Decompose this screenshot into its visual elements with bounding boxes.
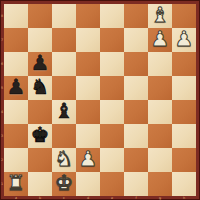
square-c7[interactable] — [52, 28, 76, 52]
square-c5[interactable] — [52, 76, 76, 100]
square-h3[interactable] — [172, 124, 196, 148]
piece-white-king-c1[interactable]: ♚ — [55, 171, 74, 195]
square-a4[interactable] — [4, 100, 28, 124]
square-c6[interactable] — [52, 52, 76, 76]
square-h4[interactable] — [172, 100, 196, 124]
file-label-g: g — [150, 196, 170, 199]
piece-black-pawn-a5[interactable]: ♟ — [7, 75, 26, 99]
square-b4[interactable] — [28, 100, 52, 124]
piece-black-knight-b5[interactable]: ♞ — [31, 75, 50, 99]
piece-black-bishop-c4[interactable]: ♝ — [55, 99, 74, 123]
square-e4[interactable] — [100, 100, 124, 124]
square-e8[interactable] — [100, 4, 124, 28]
square-c8[interactable] — [52, 4, 76, 28]
square-h2[interactable] — [172, 148, 196, 172]
square-b1[interactable] — [28, 172, 52, 196]
square-a8[interactable] — [4, 4, 28, 28]
board-grid: ♝♟♟♟♟♞♝♚♞♟♜♚ — [4, 4, 196, 196]
square-f5[interactable] — [124, 76, 148, 100]
square-h8[interactable] — [172, 4, 196, 28]
square-f8[interactable] — [124, 4, 148, 28]
square-b7[interactable] — [28, 28, 52, 52]
square-e2[interactable] — [100, 148, 124, 172]
square-d2[interactable]: ♟ — [76, 148, 100, 172]
square-f1[interactable] — [124, 172, 148, 196]
square-g1[interactable] — [148, 172, 172, 196]
square-f3[interactable] — [124, 124, 148, 148]
square-b3[interactable]: ♚ — [28, 124, 52, 148]
file-label-a: a — [6, 196, 26, 199]
square-d3[interactable] — [76, 124, 100, 148]
square-g8[interactable]: ♝ — [148, 4, 172, 28]
piece-white-knight-c2[interactable]: ♞ — [55, 147, 74, 171]
square-g5[interactable] — [148, 76, 172, 100]
square-b6[interactable]: ♟ — [28, 52, 52, 76]
square-h5[interactable] — [172, 76, 196, 100]
square-f6[interactable] — [124, 52, 148, 76]
square-a2[interactable] — [4, 148, 28, 172]
piece-white-rook-a1[interactable]: ♜ — [7, 171, 26, 195]
square-e1[interactable] — [100, 172, 124, 196]
file-labels: abcdefgh — [4, 196, 196, 200]
square-g2[interactable] — [148, 148, 172, 172]
file-label-c: c — [54, 196, 74, 199]
square-c4[interactable]: ♝ — [52, 100, 76, 124]
square-d5[interactable] — [76, 76, 100, 100]
piece-white-pawn-h7[interactable]: ♟ — [175, 27, 194, 51]
square-h6[interactable] — [172, 52, 196, 76]
square-d4[interactable] — [76, 100, 100, 124]
file-label-e: e — [102, 196, 122, 199]
square-g6[interactable] — [148, 52, 172, 76]
square-d6[interactable] — [76, 52, 100, 76]
square-a1[interactable]: ♜ — [4, 172, 28, 196]
square-d1[interactable] — [76, 172, 100, 196]
file-label-d: d — [78, 196, 98, 199]
square-e7[interactable] — [100, 28, 124, 52]
square-g3[interactable] — [148, 124, 172, 148]
file-label-h: h — [174, 196, 194, 199]
square-b8[interactable] — [28, 4, 52, 28]
square-e3[interactable] — [100, 124, 124, 148]
square-g7[interactable]: ♟ — [148, 28, 172, 52]
file-label-f: f — [126, 196, 146, 199]
piece-white-pawn-g7[interactable]: ♟ — [151, 27, 170, 51]
square-d7[interactable] — [76, 28, 100, 52]
square-a7[interactable] — [4, 28, 28, 52]
square-f7[interactable] — [124, 28, 148, 52]
piece-white-pawn-d2[interactable]: ♟ — [79, 147, 98, 171]
square-d8[interactable] — [76, 4, 100, 28]
square-f4[interactable] — [124, 100, 148, 124]
square-b2[interactable] — [28, 148, 52, 172]
square-a6[interactable] — [4, 52, 28, 76]
piece-black-pawn-b6[interactable]: ♟ — [31, 51, 50, 75]
square-a5[interactable]: ♟ — [4, 76, 28, 100]
square-c1[interactable]: ♚ — [52, 172, 76, 196]
square-h1[interactable] — [172, 172, 196, 196]
square-e6[interactable] — [100, 52, 124, 76]
square-g4[interactable] — [148, 100, 172, 124]
file-label-b: b — [30, 196, 50, 199]
piece-black-king-b3[interactable]: ♚ — [31, 123, 50, 147]
square-a3[interactable] — [4, 124, 28, 148]
chess-board: 87654321 abcdefgh ♝♟♟♟♟♞♝♚♞♟♜♚ — [0, 0, 200, 200]
square-c2[interactable]: ♞ — [52, 148, 76, 172]
square-e5[interactable] — [100, 76, 124, 100]
piece-white-bishop-g8[interactable]: ♝ — [151, 3, 170, 27]
square-b5[interactable]: ♞ — [28, 76, 52, 100]
square-h7[interactable]: ♟ — [172, 28, 196, 52]
square-f2[interactable] — [124, 148, 148, 172]
square-c3[interactable] — [52, 124, 76, 148]
